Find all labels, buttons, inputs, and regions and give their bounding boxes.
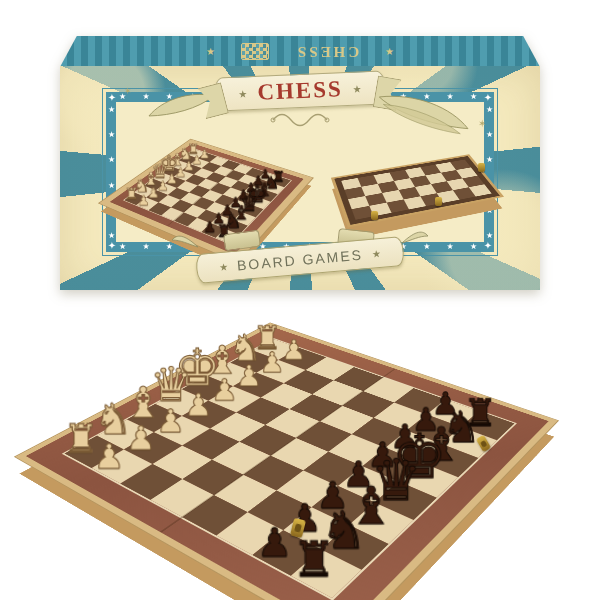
square [296,421,352,451]
star-border-left: ★ ★ ★ ★ ★ ★ ★ ★ ★ ★ ★ ★ ★ ★ ★ ★ ★ ★ ★ ★ … [106,105,116,245]
folding-chess-board: ♜♟♟♜♞♟♟♞♝♟♟♝♚♟♟♚♛♟♟♛♝♟♟♝♞♟♟♞♜♟♟♜ [26,326,549,600]
checkerboard-logo-icon [241,43,269,60]
chess-board-grid: ♜♟♟♜♞♟♟♞♝♟♟♝♚♟♟♚♛♟♟♛♝♟♟♝♞♟♟♞♜♟♟♜ [65,339,515,598]
black-rook: ♜ [292,535,336,584]
title-banner: ★ CHESS ★ [198,70,402,114]
white-rook: ♜ [124,187,138,203]
star-icon: ★ [206,46,215,57]
open-chess-board: ♜♟♟♜♞♟♟♞♝♟♟♝♚♟♟♚♛♟♟♛♝♟♟♝♞♟♟♞♜♟♟♜ [110,252,482,600]
box-title: CHESS [257,76,343,106]
white-pawn: ♟ [282,336,307,363]
star-icon: ★ [352,83,361,94]
mini-board-grid: ♜♟♟♜♞♟♟♞♝♟♟♝♚♟♟♚♛♟♟♛♝♟♟♝♞♟♟♞♜♟♟♜ [125,149,291,244]
brass-clasp [371,211,378,220]
black-pawn: ♟ [257,523,293,563]
white-pawn: ♟ [259,348,284,376]
product-photo: ★ CHESS ★ ★ ★ ★ ★ ★ ★ ★ ★ ★ ★ ★ ★ ★ ★ ★ … [0,0,600,600]
white-pawn: ♟ [126,422,156,455]
wing-flourish-icon [172,232,200,250]
box-lid-title: CHESS [295,43,359,60]
white-pawn: ♟ [211,375,238,405]
white-pawn: ♟ [137,193,149,207]
curl-flourish-icon [265,112,335,128]
scatter-star-icon: ✶ [478,118,486,129]
title-ribbon: ★ CHESS ★ [213,70,386,111]
corner-star-icon: ✦ [480,90,496,106]
brass-clasp [478,163,485,172]
scatter-star-icon: ✶ [124,86,132,96]
brass-clasp [435,197,442,206]
wing-flourish-icon [400,228,428,246]
white-pawn: ♟ [156,405,185,437]
corner-star-icon: ✦ [480,238,496,254]
white-pawn: ♟ [94,440,125,474]
star-icon: ★ [238,88,247,99]
star-icon: ★ [385,46,394,57]
box-art-folded-box [341,147,489,227]
white-pawn: ♟ [236,361,262,390]
white-pawn: ♟ [185,390,213,421]
box-lid: ★ CHESS ★ [60,36,540,67]
corner-star-icon: ✦ [104,90,120,106]
folded-box-top [334,156,500,225]
